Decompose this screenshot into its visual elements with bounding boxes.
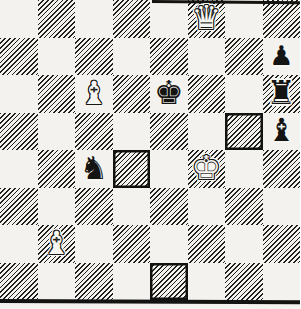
square-c2[interactable] bbox=[75, 225, 113, 263]
square-d4[interactable] bbox=[113, 150, 151, 188]
square-c5[interactable] bbox=[75, 113, 113, 151]
square-c1[interactable] bbox=[75, 263, 113, 301]
square-e2[interactable] bbox=[150, 225, 188, 263]
black-bishop-h5: ♝ bbox=[267, 114, 296, 146]
square-f7[interactable] bbox=[188, 38, 226, 76]
square-c8[interactable] bbox=[75, 0, 113, 38]
square-f4[interactable]: ♚ bbox=[188, 150, 226, 188]
square-a1[interactable] bbox=[0, 263, 38, 301]
square-h4[interactable] bbox=[263, 150, 301, 188]
square-b4[interactable] bbox=[38, 150, 76, 188]
newspaper-chess-diagram: ♛♟♝♚♜♝♞♚♝ bbox=[0, 0, 300, 309]
square-g3[interactable] bbox=[225, 188, 263, 226]
square-c4[interactable]: ♞ bbox=[75, 150, 113, 188]
white-bishop-c6: ♝ bbox=[79, 77, 108, 109]
square-f5[interactable] bbox=[188, 113, 226, 151]
square-h6[interactable]: ♜ bbox=[263, 75, 301, 113]
square-e7[interactable] bbox=[150, 38, 188, 76]
white-queen-f8: ♛ bbox=[191, 1, 221, 34]
black-pawn-h7: ♟ bbox=[269, 42, 293, 69]
square-b3[interactable] bbox=[38, 188, 76, 226]
square-b5[interactable] bbox=[38, 113, 76, 151]
square-a3[interactable] bbox=[0, 188, 38, 226]
black-knight-c4: ♞ bbox=[79, 152, 108, 184]
square-e5[interactable] bbox=[150, 113, 188, 151]
black-rook-h6: ♜ bbox=[266, 76, 296, 109]
square-b2[interactable]: ♝ bbox=[38, 225, 76, 263]
square-h2[interactable] bbox=[263, 225, 301, 263]
square-a8[interactable] bbox=[0, 0, 38, 38]
square-b1[interactable] bbox=[38, 263, 76, 301]
square-a5[interactable] bbox=[0, 113, 38, 151]
white-bishop-b2: ♝ bbox=[42, 227, 71, 259]
square-f6[interactable] bbox=[188, 75, 226, 113]
square-d5[interactable] bbox=[113, 113, 151, 151]
square-b8[interactable] bbox=[38, 0, 76, 38]
square-f8[interactable]: ♛ bbox=[188, 0, 226, 38]
square-g5[interactable] bbox=[225, 113, 263, 151]
square-g4[interactable] bbox=[225, 150, 263, 188]
square-c3[interactable] bbox=[75, 188, 113, 226]
square-d1[interactable] bbox=[113, 263, 151, 301]
square-h5[interactable]: ♝ bbox=[263, 113, 301, 151]
chess-board: ♛♟♝♚♜♝♞♚♝ bbox=[0, 0, 300, 300]
square-e6[interactable]: ♚ bbox=[150, 75, 188, 113]
square-b6[interactable] bbox=[38, 75, 76, 113]
square-d2[interactable] bbox=[113, 225, 151, 263]
square-h1[interactable] bbox=[263, 263, 301, 301]
square-e4[interactable] bbox=[150, 150, 188, 188]
square-e3[interactable] bbox=[150, 188, 188, 226]
black-king-e6: ♚ bbox=[154, 76, 184, 109]
square-a6[interactable] bbox=[0, 75, 38, 113]
square-d7[interactable] bbox=[113, 38, 151, 76]
square-f1[interactable] bbox=[188, 263, 226, 301]
square-a4[interactable] bbox=[0, 150, 38, 188]
square-g7[interactable] bbox=[225, 38, 263, 76]
square-c7[interactable] bbox=[75, 38, 113, 76]
square-b7[interactable] bbox=[38, 38, 76, 76]
square-a2[interactable] bbox=[0, 225, 38, 263]
square-g1[interactable] bbox=[225, 263, 263, 301]
bottom-border-line bbox=[0, 299, 300, 304]
square-g8[interactable] bbox=[225, 0, 263, 38]
square-g2[interactable] bbox=[225, 225, 263, 263]
square-f2[interactable] bbox=[188, 225, 226, 263]
square-e8[interactable] bbox=[150, 0, 188, 38]
square-f3[interactable] bbox=[188, 188, 226, 226]
square-a7[interactable] bbox=[0, 38, 38, 76]
square-e1[interactable] bbox=[150, 263, 188, 301]
square-g6[interactable] bbox=[225, 75, 263, 113]
square-d6[interactable] bbox=[113, 75, 151, 113]
square-h7[interactable]: ♟ bbox=[263, 38, 301, 76]
white-king-f4: ♚ bbox=[191, 151, 221, 184]
square-h8[interactable] bbox=[263, 0, 301, 38]
square-d3[interactable] bbox=[113, 188, 151, 226]
square-d8[interactable] bbox=[113, 0, 151, 38]
square-h3[interactable] bbox=[263, 188, 301, 226]
square-c6[interactable]: ♝ bbox=[75, 75, 113, 113]
